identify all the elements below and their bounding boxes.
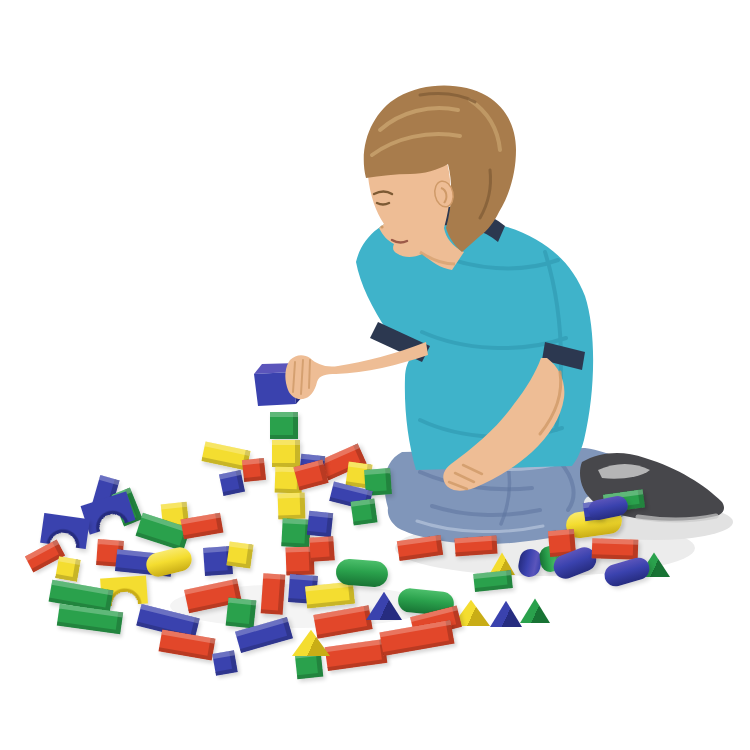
- block-cylH-blue: [586, 494, 629, 522]
- block-cube-green: [350, 498, 377, 525]
- scene: [0, 0, 750, 750]
- block-tall-red: [261, 573, 286, 614]
- block-cube-yellow: [272, 440, 300, 467]
- block-brick-red: [379, 620, 454, 656]
- block-brick-green: [57, 604, 123, 635]
- block-cube-green: [270, 412, 298, 439]
- block-brick-red: [325, 639, 388, 671]
- block-cube-yellow: [55, 556, 80, 581]
- block-tri-green: [520, 597, 550, 623]
- block-brick-yellow: [305, 582, 355, 609]
- block-brick-green: [473, 570, 513, 592]
- block-cube-blue: [212, 650, 237, 675]
- block-cube-yellow: [226, 541, 253, 568]
- block-cylH-green: [335, 558, 389, 588]
- block-brick-red: [313, 605, 372, 638]
- block-tri-blue: [490, 599, 522, 627]
- block-tri-blue: [366, 590, 402, 620]
- block-cylH-yellow: [144, 545, 194, 579]
- block-cube-green: [226, 598, 257, 629]
- block-pile: [0, 0, 750, 750]
- block-cube-red: [242, 458, 266, 482]
- block-brick-red: [454, 536, 497, 557]
- block-arch-blue: [81, 491, 136, 534]
- block-cylH-blue: [602, 555, 652, 589]
- block-cube-blue: [219, 470, 245, 496]
- block-brick-red: [592, 538, 639, 560]
- block-brick-red: [397, 535, 443, 561]
- block-cube-blue: [307, 511, 333, 537]
- block-brick-red: [159, 629, 216, 660]
- block-cube-red: [309, 536, 335, 562]
- block-cube-yellow: [278, 493, 306, 520]
